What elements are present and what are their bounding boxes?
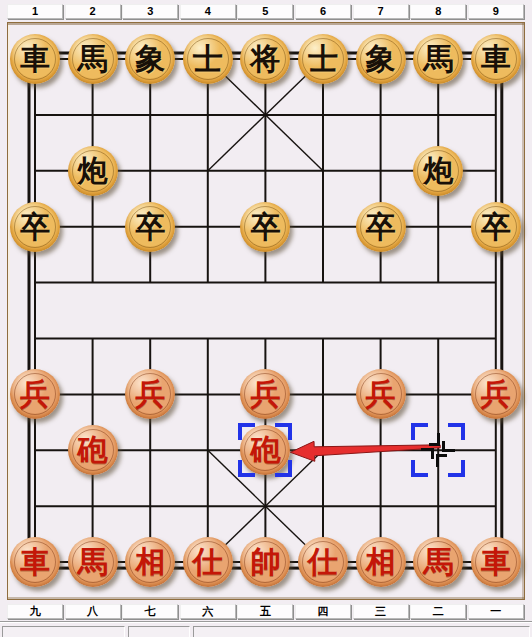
piece-glyph: 卒: [20, 202, 50, 252]
piece-red-elephant[interactable]: 相: [125, 537, 175, 587]
piece-glyph: 炮: [78, 146, 108, 196]
top-file-label-5: 5: [237, 4, 293, 19]
piece-black-advisor[interactable]: 士: [183, 34, 233, 84]
bottom-bar-divider: [0, 621, 532, 623]
piece-red-pawn[interactable]: 兵: [356, 369, 406, 419]
piece-black-elephant[interactable]: 象: [356, 34, 406, 84]
bottom-file-label-3: 七: [122, 604, 178, 619]
bottom-file-label-5: 五: [237, 604, 293, 619]
piece-black-knight[interactable]: 馬: [413, 34, 463, 84]
piece-red-knight[interactable]: 馬: [68, 537, 118, 587]
piece-glyph: 仕: [193, 537, 223, 587]
piece-glyph: 相: [135, 537, 165, 587]
piece-black-advisor[interactable]: 士: [298, 34, 348, 84]
status-pane-middle: [128, 626, 190, 637]
piece-black-pawn[interactable]: 卒: [356, 202, 406, 252]
status-pane-left: [2, 626, 125, 637]
piece-red-advisor[interactable]: 仕: [183, 537, 233, 587]
piece-glyph: 馬: [78, 34, 108, 84]
piece-red-advisor[interactable]: 仕: [298, 537, 348, 587]
xiangqi-app-window: { "game": "xiangqi", "window": {"backgro…: [0, 0, 532, 637]
top-file-label-4: 4: [180, 4, 236, 19]
piece-glyph: 兵: [135, 369, 165, 419]
top-file-label-1: 1: [7, 4, 63, 19]
bottom-file-label-8: 二: [410, 604, 466, 619]
piece-black-elephant[interactable]: 象: [125, 34, 175, 84]
bottom-file-label-6: 四: [295, 604, 351, 619]
piece-glyph: 車: [20, 34, 50, 84]
piece-glyph: 将: [250, 34, 280, 84]
xiangqi-board[interactable]: [7, 22, 525, 600]
bottom-file-label-2: 八: [65, 604, 121, 619]
piece-black-pawn[interactable]: 卒: [125, 202, 175, 252]
selection-brackets: [238, 423, 292, 477]
piece-glyph: 士: [308, 34, 338, 84]
piece-black-pawn[interactable]: 卒: [240, 202, 290, 252]
piece-glyph: 車: [20, 537, 50, 587]
piece-black-cannon[interactable]: 炮: [413, 146, 463, 196]
top-file-label-8: 8: [410, 4, 466, 19]
bottom-file-label-1: 九: [7, 604, 63, 619]
piece-black-rook[interactable]: 車: [471, 34, 521, 84]
piece-glyph: 馬: [423, 34, 453, 84]
piece-glyph: 象: [366, 34, 396, 84]
piece-glyph: 砲: [78, 425, 108, 475]
piece-black-knight[interactable]: 馬: [68, 34, 118, 84]
piece-black-pawn[interactable]: 卒: [10, 202, 60, 252]
piece-glyph: 相: [366, 537, 396, 587]
piece-glyph: 卒: [366, 202, 396, 252]
top-file-label-7: 7: [353, 4, 409, 19]
bottom-file-label-7: 三: [353, 604, 409, 619]
piece-glyph: 兵: [250, 369, 280, 419]
piece-glyph: 車: [481, 537, 511, 587]
bottom-file-label-4: 六: [180, 604, 236, 619]
piece-glyph: 馬: [78, 537, 108, 587]
piece-glyph: 馬: [423, 537, 453, 587]
piece-glyph: 兵: [20, 369, 50, 419]
piece-glyph: 帥: [250, 537, 280, 587]
piece-glyph: 仕: [308, 537, 338, 587]
piece-glyph: 兵: [481, 369, 511, 419]
piece-glyph: 卒: [250, 202, 280, 252]
piece-black-cannon[interactable]: 炮: [68, 146, 118, 196]
piece-glyph: 兵: [366, 369, 396, 419]
piece-red-elephant[interactable]: 相: [356, 537, 406, 587]
piece-glyph: 士: [193, 34, 223, 84]
crosshair-cursor: [418, 430, 458, 470]
bottom-file-label-9: 一: [468, 604, 524, 619]
piece-red-cannon[interactable]: 砲: [68, 425, 118, 475]
top-file-label-2: 2: [65, 4, 121, 19]
piece-glyph: 車: [481, 34, 511, 84]
top-file-label-3: 3: [122, 4, 178, 19]
piece-glyph: 卒: [135, 202, 165, 252]
piece-glyph: 炮: [423, 146, 453, 196]
piece-red-knight[interactable]: 馬: [413, 537, 463, 587]
piece-red-rook[interactable]: 車: [10, 537, 60, 587]
top-file-label-6: 6: [295, 4, 351, 19]
piece-glyph: 象: [135, 34, 165, 84]
piece-red-pawn[interactable]: 兵: [471, 369, 521, 419]
status-pane-right: [193, 626, 530, 637]
piece-black-pawn[interactable]: 卒: [471, 202, 521, 252]
piece-glyph: 卒: [481, 202, 511, 252]
piece-red-rook[interactable]: 車: [471, 537, 521, 587]
piece-black-rook[interactable]: 車: [10, 34, 60, 84]
top-file-label-9: 9: [468, 4, 524, 19]
